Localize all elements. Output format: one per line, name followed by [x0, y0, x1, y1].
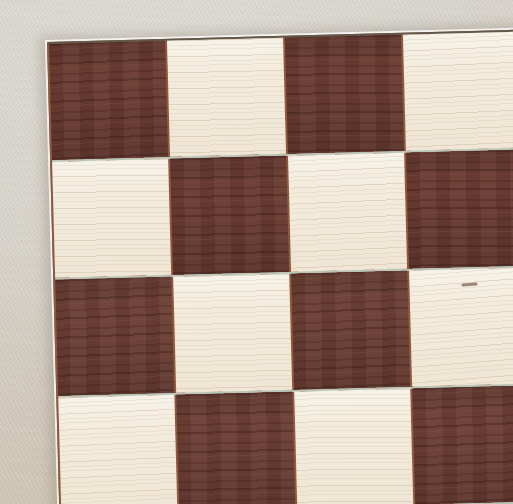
square-r4-c4 — [412, 386, 513, 504]
wall-background — [0, 0, 513, 504]
square-r2-c2 — [170, 156, 289, 275]
wood-knot — [461, 282, 477, 286]
square-r1-c4 — [403, 32, 513, 151]
square-r3-c1 — [55, 277, 174, 396]
square-r3-c3 — [291, 271, 410, 390]
square-r3-c4 — [409, 268, 513, 387]
square-r2-c4 — [406, 150, 513, 269]
chess-board — [47, 27, 513, 504]
square-r1-c3 — [285, 35, 404, 154]
square-r2-c1 — [52, 159, 171, 278]
square-r4-c2 — [176, 392, 295, 504]
square-r1-c2 — [167, 38, 286, 157]
square-r4-c3 — [294, 389, 413, 504]
square-r4-c1 — [58, 395, 177, 504]
photo-frame — [0, 0, 513, 504]
square-r1-c1 — [49, 41, 168, 160]
square-r3-c2 — [173, 274, 292, 393]
square-r2-c3 — [288, 153, 407, 272]
